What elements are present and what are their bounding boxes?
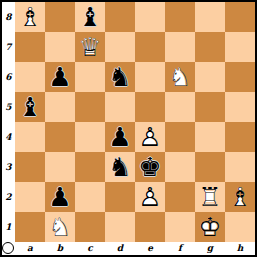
chess-board: ♝♗♝♛♕♟♞♞♘♝♟♟♙♞♚♟♟♙♜♖♝♗♞♘♚♔ (15, 2, 255, 242)
square-h2[interactable]: ♝♗ (225, 182, 255, 212)
square-g6[interactable] (195, 62, 225, 92)
square-f6[interactable]: ♞♘ (165, 62, 195, 92)
square-c3[interactable] (75, 152, 105, 182)
piece-outline-layer: ♖ (195, 182, 225, 212)
white-pawn-piece: ♟♙ (135, 182, 165, 212)
square-f4[interactable] (165, 122, 195, 152)
white-to-move-indicator-icon (2, 242, 14, 254)
square-g7[interactable] (195, 32, 225, 62)
square-c7[interactable]: ♛♕ (75, 32, 105, 62)
square-e8[interactable] (135, 2, 165, 32)
white-knight-piece: ♞♘ (45, 212, 75, 242)
file-label-g: g (195, 242, 225, 255)
square-b3[interactable] (45, 152, 75, 182)
square-g2[interactable]: ♜♖ (195, 182, 225, 212)
square-e1[interactable] (135, 212, 165, 242)
square-b2[interactable]: ♟ (45, 182, 75, 212)
piece-outline-layer: ♔ (195, 212, 225, 242)
square-a8[interactable]: ♝♗ (15, 2, 45, 32)
rank-label-2: 2 (2, 182, 15, 212)
square-a3[interactable] (15, 152, 45, 182)
square-d7[interactable] (105, 32, 135, 62)
rank-labels-column: 87654321 (2, 2, 15, 242)
square-c6[interactable] (75, 62, 105, 92)
square-f3[interactable] (165, 152, 195, 182)
square-a7[interactable] (15, 32, 45, 62)
black-pawn-piece: ♟ (45, 62, 75, 92)
square-c4[interactable] (75, 122, 105, 152)
square-e2[interactable]: ♟♙ (135, 182, 165, 212)
black-pawn-piece: ♟ (105, 122, 135, 152)
white-bishop-piece: ♝♗ (225, 182, 255, 212)
rank-label-4: 4 (2, 122, 15, 152)
square-c2[interactable] (75, 182, 105, 212)
rank-label-3: 3 (2, 152, 15, 182)
square-c1[interactable] (75, 212, 105, 242)
file-label-d: d (105, 242, 135, 255)
square-b6[interactable]: ♟ (45, 62, 75, 92)
square-d3[interactable]: ♞ (105, 152, 135, 182)
square-f1[interactable] (165, 212, 195, 242)
square-c8[interactable]: ♝ (75, 2, 105, 32)
rank-label-6: 6 (2, 62, 15, 92)
square-e6[interactable] (135, 62, 165, 92)
square-e5[interactable] (135, 92, 165, 122)
square-h7[interactable] (225, 32, 255, 62)
file-label-a: a (15, 242, 45, 255)
square-b4[interactable] (45, 122, 75, 152)
square-d4[interactable]: ♟ (105, 122, 135, 152)
square-f7[interactable] (165, 32, 195, 62)
black-knight-piece: ♞ (105, 152, 135, 182)
square-d2[interactable] (105, 182, 135, 212)
square-a6[interactable] (15, 62, 45, 92)
square-g5[interactable] (195, 92, 225, 122)
piece-outline-layer: ♗ (225, 182, 255, 212)
chess-board-diagram: 87654321 ♝♗♝♛♕♟♞♞♘♝♟♟♙♞♚♟♟♙♜♖♝♗♞♘♚♔ abcd… (0, 0, 257, 257)
square-h6[interactable] (225, 62, 255, 92)
square-f2[interactable] (165, 182, 195, 212)
square-b5[interactable] (45, 92, 75, 122)
piece-glyph: ♟ (105, 122, 135, 152)
rank-label-7: 7 (2, 32, 15, 62)
square-e4[interactable]: ♟♙ (135, 122, 165, 152)
square-d1[interactable] (105, 212, 135, 242)
square-h3[interactable] (225, 152, 255, 182)
file-label-f: f (165, 242, 195, 255)
square-d6[interactable]: ♞ (105, 62, 135, 92)
square-b1[interactable]: ♞♘ (45, 212, 75, 242)
square-g3[interactable] (195, 152, 225, 182)
piece-glyph: ♟ (45, 182, 75, 212)
piece-outline-layer: ♗ (15, 2, 45, 32)
file-label-c: c (75, 242, 105, 255)
white-knight-piece: ♞♘ (165, 62, 195, 92)
piece-outline-layer: ♙ (135, 122, 165, 152)
piece-outline-layer: ♘ (45, 212, 75, 242)
piece-glyph: ♞ (105, 62, 135, 92)
square-f8[interactable] (165, 2, 195, 32)
square-g1[interactable]: ♚♔ (195, 212, 225, 242)
piece-glyph: ♞ (105, 152, 135, 182)
square-h5[interactable] (225, 92, 255, 122)
black-bishop-piece: ♝ (75, 2, 105, 32)
file-label-b: b (45, 242, 75, 255)
square-b7[interactable] (45, 32, 75, 62)
piece-glyph: ♟ (45, 62, 75, 92)
square-h4[interactable] (225, 122, 255, 152)
rank-label-5: 5 (2, 92, 15, 122)
white-bishop-piece: ♝♗ (15, 2, 45, 32)
square-h1[interactable] (225, 212, 255, 242)
black-knight-piece: ♞ (105, 62, 135, 92)
square-g8[interactable] (195, 2, 225, 32)
black-pawn-piece: ♟ (45, 182, 75, 212)
piece-glyph: ♝ (75, 2, 105, 32)
square-g4[interactable] (195, 122, 225, 152)
piece-outline-layer: ♕ (75, 32, 105, 62)
rank-label-8: 8 (2, 2, 15, 32)
square-a5[interactable]: ♝ (15, 92, 45, 122)
rank-label-1: 1 (2, 212, 15, 242)
white-king-piece: ♚♔ (195, 212, 225, 242)
black-bishop-piece: ♝ (15, 92, 45, 122)
piece-glyph: ♝ (15, 92, 45, 122)
piece-outline-layer: ♘ (165, 62, 195, 92)
square-f5[interactable] (165, 92, 195, 122)
square-d8[interactable] (105, 2, 135, 32)
file-labels-row: abcdefgh (2, 242, 255, 255)
square-b8[interactable] (45, 2, 75, 32)
white-pawn-piece: ♟♙ (135, 122, 165, 152)
square-a2[interactable] (15, 182, 45, 212)
white-rook-piece: ♜♖ (195, 182, 225, 212)
square-h8[interactable] (225, 2, 255, 32)
file-label-e: e (135, 242, 165, 255)
piece-outline-layer: ♙ (135, 182, 165, 212)
square-e7[interactable] (135, 32, 165, 62)
black-king-piece: ♚ (135, 152, 165, 182)
square-c5[interactable] (75, 92, 105, 122)
square-a4[interactable] (15, 122, 45, 152)
square-e3[interactable]: ♚ (135, 152, 165, 182)
file-label-h: h (225, 242, 255, 255)
square-d5[interactable] (105, 92, 135, 122)
piece-glyph: ♚ (135, 152, 165, 182)
white-queen-piece: ♛♕ (75, 32, 105, 62)
square-a1[interactable] (15, 212, 45, 242)
